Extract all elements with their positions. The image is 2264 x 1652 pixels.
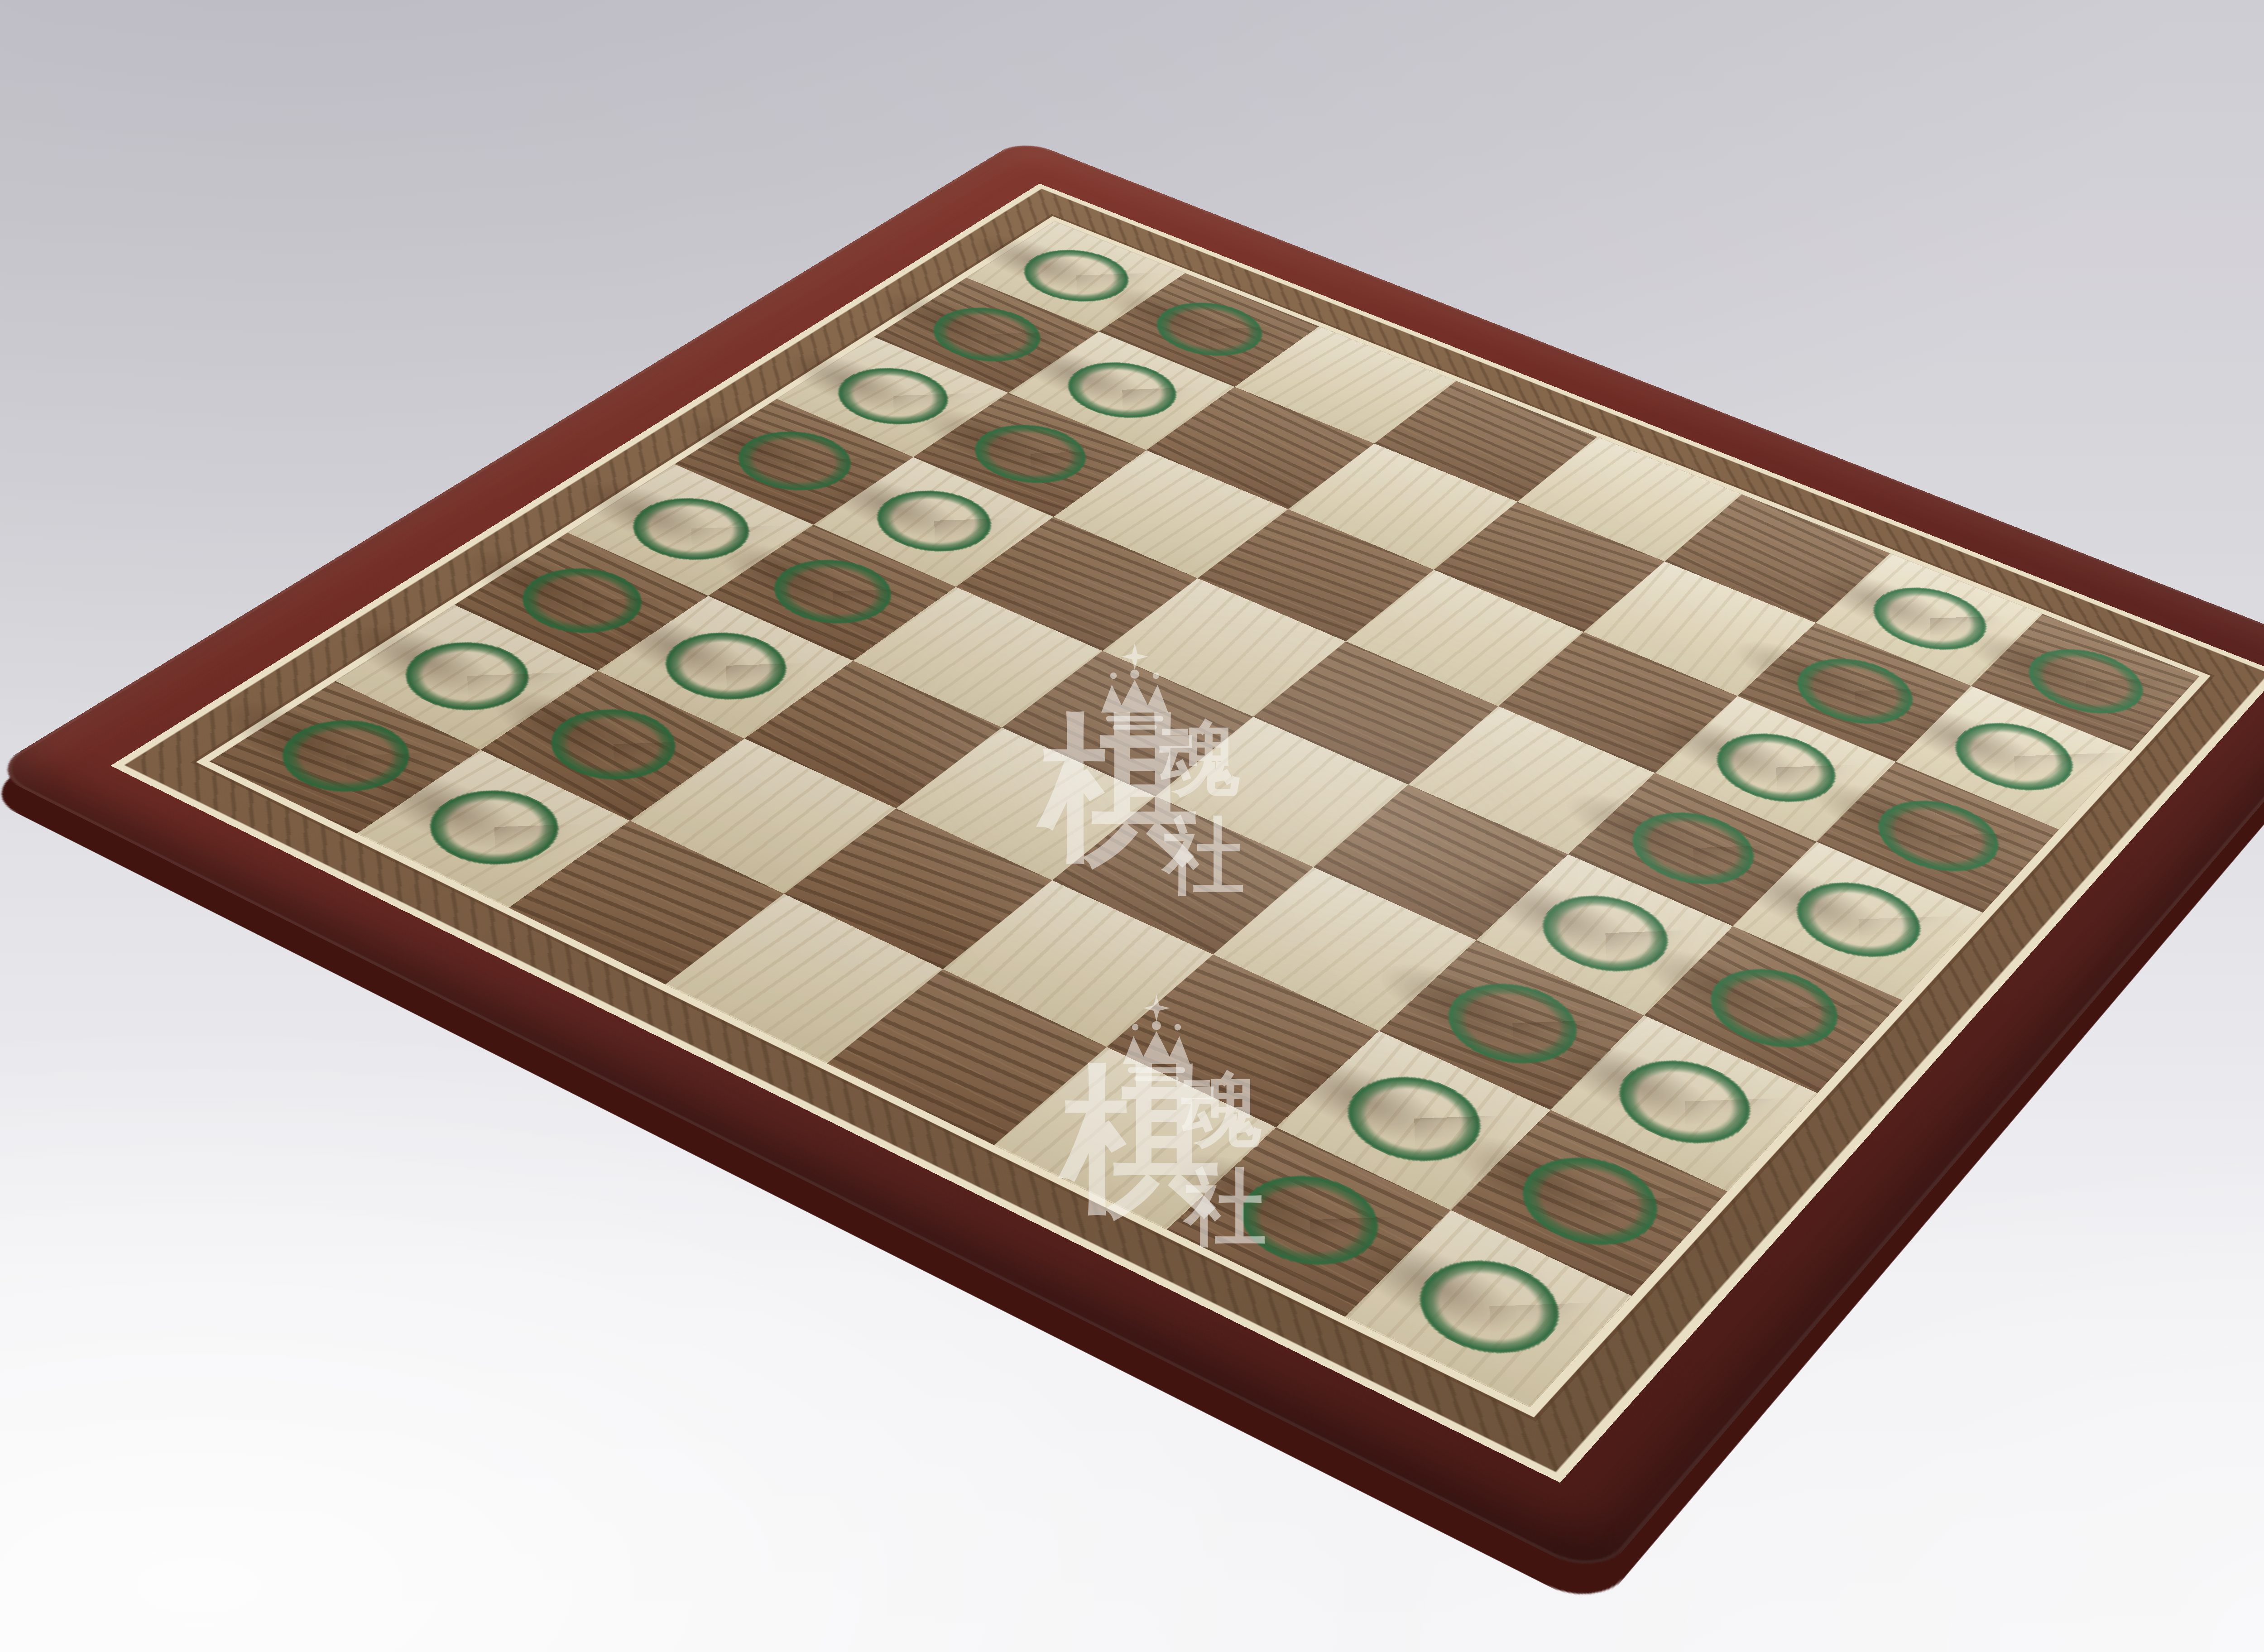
product-photo: ♜♟♟♜♞♟♟♞♝♟♟♝♚♟♟♛♛♟♟♚♝♟♟♝♞♟♟♞♜♟♟♜ 棋 魂 社 棋…	[0, 0, 2264, 1652]
camera-view: ♜♟♟♜♞♟♟♞♝♟♟♝♚♟♟♛♛♟♟♚♝♟♟♝♞♟♟♞♜♟♟♜	[0, 0, 2264, 1652]
chessboard: ♜♟♟♜♞♟♟♞♝♟♟♝♚♟♟♛♛♟♟♚♝♟♟♝♞♟♟♞♜♟♟♜	[0, 139, 2264, 1579]
perspective-scene: ♜♟♟♜♞♟♟♞♝♟♟♝♚♟♟♛♛♟♟♚♝♟♟♝♞♟♟♞♜♟♟♜	[0, 0, 2264, 1652]
square-a8[interactable]: ♜	[1345, 1210, 1632, 1407]
